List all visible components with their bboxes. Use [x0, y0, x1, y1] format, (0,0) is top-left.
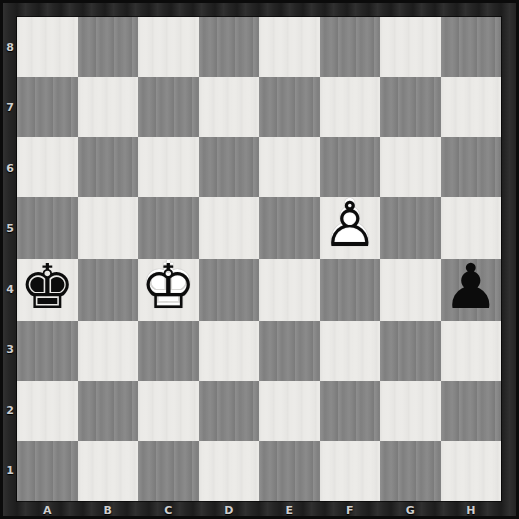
square-d3[interactable]: [199, 321, 260, 381]
square-b4[interactable]: [78, 259, 139, 321]
square-d5[interactable]: [199, 197, 260, 259]
rank-label-6: 6: [3, 138, 17, 199]
square-c4[interactable]: ♚♔: [138, 259, 199, 321]
square-e4[interactable]: [259, 259, 320, 321]
file-labels: ABCDEFGH: [17, 501, 501, 519]
rank-label-7: 7: [3, 78, 17, 139]
square-b6[interactable]: [78, 137, 139, 197]
file-label-c: C: [138, 501, 199, 519]
rank-label-1: 1: [3, 441, 17, 502]
square-g4[interactable]: [380, 259, 441, 321]
square-g8[interactable]: [380, 17, 441, 77]
square-e2[interactable]: [259, 381, 320, 441]
square-g1[interactable]: [380, 441, 441, 501]
square-g3[interactable]: [380, 321, 441, 381]
white-pawn[interactable]: ♟♙: [322, 194, 378, 256]
square-d6[interactable]: [199, 137, 260, 197]
square-b1[interactable]: [78, 441, 139, 501]
square-f1[interactable]: [320, 441, 381, 501]
square-d4[interactable]: [199, 259, 260, 321]
file-label-b: B: [78, 501, 139, 519]
square-e6[interactable]: [259, 137, 320, 197]
square-e1[interactable]: [259, 441, 320, 501]
square-h7[interactable]: [441, 77, 502, 137]
white-king-glyph: ♔: [140, 250, 196, 323]
file-label-g: G: [380, 501, 441, 519]
square-d1[interactable]: [199, 441, 260, 501]
square-b7[interactable]: [78, 77, 139, 137]
rank-label-2: 2: [3, 380, 17, 441]
file-label-h: H: [441, 501, 502, 519]
square-c3[interactable]: [138, 321, 199, 381]
square-c2[interactable]: [138, 381, 199, 441]
white-king[interactable]: ♚♔: [140, 256, 196, 318]
square-b2[interactable]: [78, 381, 139, 441]
square-f5[interactable]: ♟♙: [320, 197, 381, 259]
square-g7[interactable]: [380, 77, 441, 137]
square-f3[interactable]: [320, 321, 381, 381]
rank-label-8: 8: [3, 17, 17, 78]
rank-labels: 87654321: [3, 17, 17, 501]
square-b5[interactable]: [78, 197, 139, 259]
square-g2[interactable]: [380, 381, 441, 441]
file-label-e: E: [259, 501, 320, 519]
square-f8[interactable]: [320, 17, 381, 77]
square-h1[interactable]: [441, 441, 502, 501]
square-h4[interactable]: ♟: [441, 259, 502, 321]
file-label-f: F: [320, 501, 381, 519]
rank-label-4: 4: [3, 259, 17, 320]
rank-label-3: 3: [3, 320, 17, 381]
square-a7[interactable]: [17, 77, 78, 137]
square-d2[interactable]: [199, 381, 260, 441]
square-f2[interactable]: [320, 381, 381, 441]
square-c8[interactable]: [138, 17, 199, 77]
square-h8[interactable]: [441, 17, 502, 77]
square-g5[interactable]: [380, 197, 441, 259]
square-e5[interactable]: [259, 197, 320, 259]
square-c1[interactable]: [138, 441, 199, 501]
square-f7[interactable]: [320, 77, 381, 137]
black-pawn[interactable]: ♟: [443, 256, 499, 318]
square-a6[interactable]: [17, 137, 78, 197]
square-a8[interactable]: [17, 17, 78, 77]
square-b8[interactable]: [78, 17, 139, 77]
square-h6[interactable]: [441, 137, 502, 197]
rank-label-5: 5: [3, 199, 17, 260]
chess-board: ♟♙♚♚♔♟: [17, 17, 501, 501]
chess-diagram: 87654321 ABCDEFGH ♟♙♚♚♔♟: [0, 0, 519, 519]
square-g6[interactable]: [380, 137, 441, 197]
white-pawn-glyph: ♙: [322, 188, 378, 261]
square-c7[interactable]: [138, 77, 199, 137]
square-e8[interactable]: [259, 17, 320, 77]
square-e3[interactable]: [259, 321, 320, 381]
square-d8[interactable]: [199, 17, 260, 77]
square-b3[interactable]: [78, 321, 139, 381]
square-a4[interactable]: ♚: [17, 259, 78, 321]
square-a2[interactable]: [17, 381, 78, 441]
square-a1[interactable]: [17, 441, 78, 501]
square-c6[interactable]: [138, 137, 199, 197]
file-label-a: A: [17, 501, 78, 519]
square-h3[interactable]: [441, 321, 502, 381]
file-label-d: D: [199, 501, 260, 519]
black-king[interactable]: ♚: [19, 256, 75, 318]
square-e7[interactable]: [259, 77, 320, 137]
square-h2[interactable]: [441, 381, 502, 441]
square-d7[interactable]: [199, 77, 260, 137]
square-a3[interactable]: [17, 321, 78, 381]
square-f4[interactable]: [320, 259, 381, 321]
